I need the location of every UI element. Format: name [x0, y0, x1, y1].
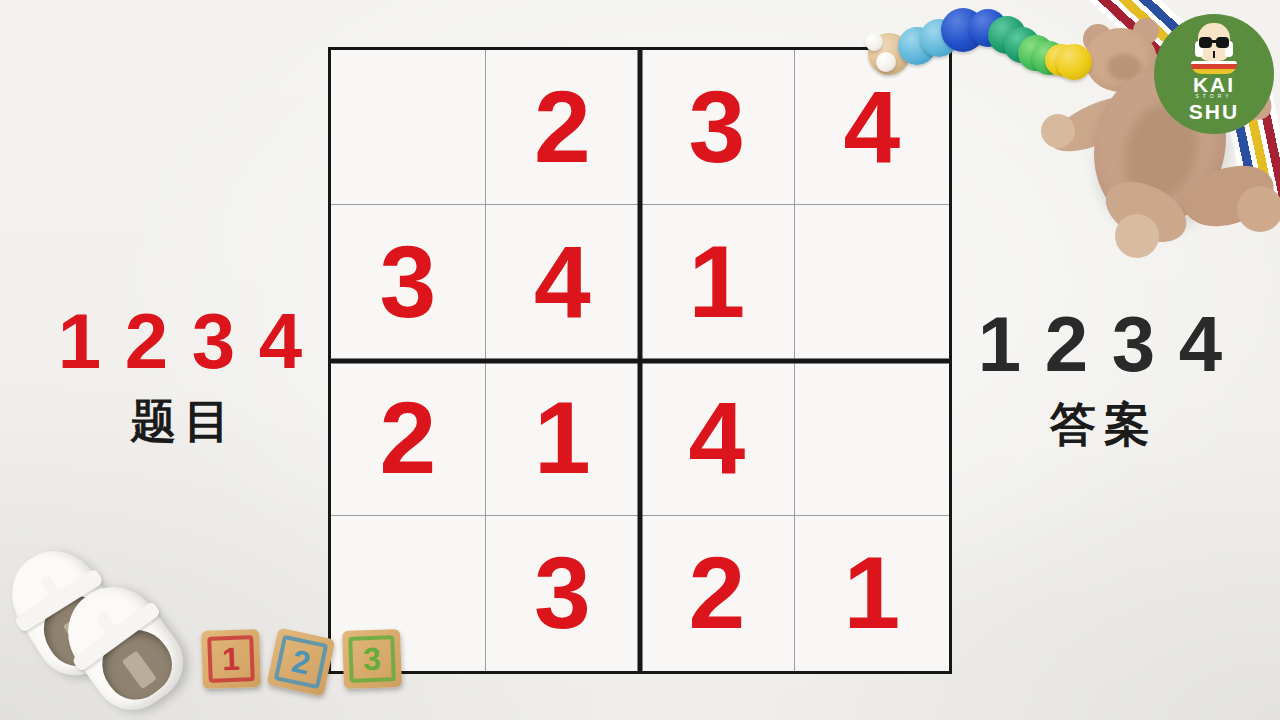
cell-digit: 2 [534, 76, 591, 178]
answer-panel: 1 2 3 4 答案 [950, 305, 1250, 456]
answer-caption: 答案 [950, 394, 1250, 456]
video-frame: KAI STORY SHU 2 3 4 3 4 1 2 1 4 3 2 1 1 … [0, 0, 1280, 720]
logo-glasses-icon [1216, 37, 1229, 48]
board-cell [331, 50, 486, 205]
bear-foot [1237, 186, 1280, 232]
board-cell [795, 361, 950, 516]
bear-paw [1041, 114, 1075, 148]
board-cell: 3 [640, 50, 795, 205]
number-block-2: 2 [267, 628, 336, 697]
board-cell: 1 [795, 516, 950, 671]
caterpillar-eye-bead [865, 33, 883, 51]
logo-text-story: STORY [1154, 94, 1274, 99]
board-cell: 2 [331, 361, 486, 516]
block-digit: 3 [362, 640, 381, 678]
board-cell: 1 [640, 205, 795, 360]
board-cell: 3 [331, 205, 486, 360]
board-cell: 3 [486, 516, 641, 671]
caterpillar-eye-bead [876, 52, 896, 72]
number-block-3: 3 [342, 629, 402, 689]
logo-nose [1213, 51, 1215, 58]
logo-text-kai: KAI [1154, 74, 1274, 95]
problem-panel: 1 2 3 4 题目 [30, 302, 330, 453]
kaishu-logo: KAI STORY SHU [1154, 14, 1274, 134]
board-cell [795, 205, 950, 360]
cell-digit: 3 [688, 76, 745, 178]
cell-digit: 4 [843, 76, 900, 178]
board-cell: 4 [486, 205, 641, 360]
cell-digit: 4 [534, 231, 591, 333]
cell-digit: 4 [688, 387, 745, 489]
block-digit: 1 [221, 640, 240, 678]
board-cell: 2 [640, 516, 795, 671]
caterpillar-tail-bead [1056, 44, 1092, 80]
sudoku-board: 2 3 4 3 4 1 2 1 4 3 2 1 [328, 47, 952, 674]
logo-glasses-bridge [1211, 40, 1217, 43]
number-block-1: 1 [201, 629, 261, 689]
cell-digit: 2 [688, 542, 745, 644]
cell-digit: 1 [688, 231, 745, 333]
answer-numbers: 1 2 3 4 [950, 305, 1250, 383]
board-center-horizontal-line [331, 358, 949, 363]
cell-digit: 3 [379, 231, 436, 333]
problem-numbers: 1 2 3 4 [30, 302, 330, 380]
cell-digit: 1 [843, 542, 900, 644]
board-cell: 4 [640, 361, 795, 516]
board-cell: 1 [486, 361, 641, 516]
bear-foot [1115, 214, 1159, 258]
board-cell: 2 [486, 50, 641, 205]
cell-digit: 1 [534, 387, 591, 489]
cell-digit: 2 [379, 387, 436, 489]
cell-digit: 3 [534, 542, 591, 644]
problem-caption: 题目 [30, 391, 330, 453]
board-cell: 4 [795, 50, 950, 205]
block-digit: 2 [288, 642, 313, 682]
